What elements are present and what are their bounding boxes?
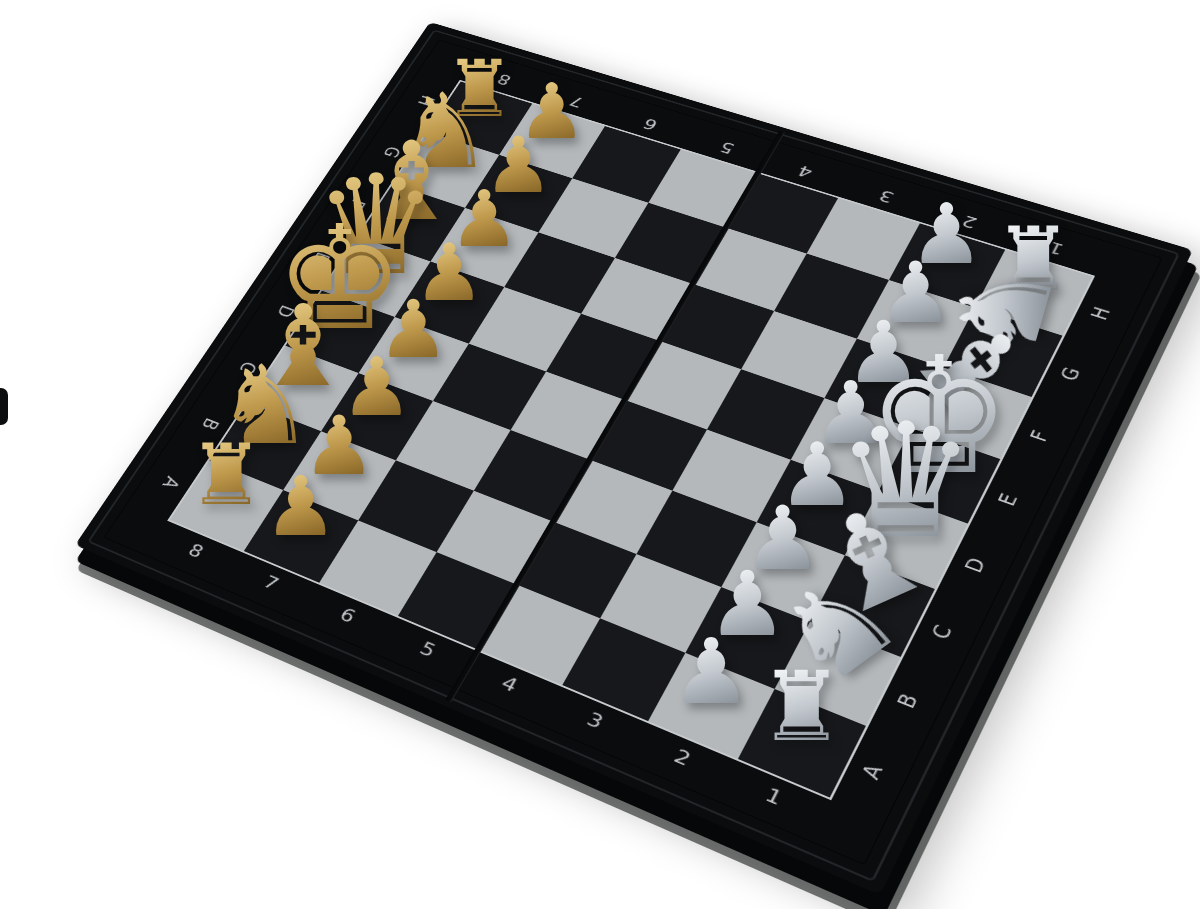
- rank-label-1-afile-edge: 1: [762, 784, 785, 807]
- file-label-f-rank1-edge: F: [1026, 428, 1052, 444]
- file-label-h-rank1-edge: H: [1087, 304, 1114, 322]
- file-label-g-rank1-edge: G: [1056, 365, 1084, 384]
- rank-label-2-afile-edge: 2: [671, 746, 694, 769]
- file-label-c-rank8-edge: C: [237, 359, 261, 375]
- file-label-c-rank1-edge: C: [927, 622, 955, 642]
- rank-label-6-hfile-edge: 6: [641, 116, 660, 132]
- file-label-d-rank1-edge: D: [960, 555, 989, 576]
- playing-area: [167, 80, 1095, 800]
- rank-label-4-afile-edge: 4: [499, 673, 521, 695]
- rank-label-7-hfile-edge: 7: [567, 94, 586, 110]
- file-label-b-rank8-edge: B: [199, 416, 223, 432]
- file-label-h-rank8-edge: H: [415, 94, 438, 109]
- file-label-f-rank8-edge: F: [347, 197, 369, 210]
- rank-label-4-hfile-edge: 4: [795, 163, 815, 180]
- file-label-e-rank1-edge: E: [994, 491, 1021, 509]
- chess-board: AABBCCDDEEFFGGHH8877665544332211: [75, 22, 1193, 895]
- file-label-g-rank8-edge: G: [381, 144, 404, 159]
- rank-label-1-hfile-edge: 1: [1045, 239, 1066, 257]
- photo-edge-artifact: [0, 388, 8, 425]
- photo-stage: AABBCCDDEEFFGGHH8877665544332211 ♜♟♞♟♝♟♟…: [0, 0, 1200, 909]
- rank-label-2-hfile-edge: 2: [959, 213, 979, 231]
- file-label-d-rank8-edge: D: [274, 303, 298, 320]
- rank-label-7-afile-edge: 7: [260, 573, 281, 593]
- file-label-e-rank8-edge: E: [311, 250, 334, 264]
- file-label-a-rank1-edge: A: [857, 761, 886, 782]
- rank-label-8-afile-edge: 8: [186, 541, 207, 561]
- rank-label-3-hfile-edge: 3: [876, 188, 896, 205]
- file-label-a-rank8-edge: A: [159, 474, 183, 491]
- rank-label-5-afile-edge: 5: [417, 639, 439, 660]
- rank-label-8-hfile-edge: 8: [495, 72, 514, 88]
- rank-label-6-afile-edge: 6: [337, 605, 359, 626]
- file-label-b-rank1-edge: B: [893, 691, 922, 712]
- rank-label-3-afile-edge: 3: [584, 709, 607, 731]
- rank-label-5-hfile-edge: 5: [717, 139, 737, 156]
